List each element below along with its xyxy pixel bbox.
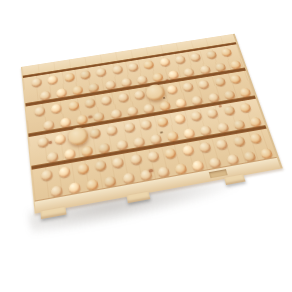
peg xyxy=(150,134,163,145)
peg xyxy=(43,120,55,131)
peg xyxy=(37,137,49,148)
peg xyxy=(34,106,45,116)
peg xyxy=(40,91,51,101)
peg xyxy=(59,166,71,178)
peg xyxy=(190,53,202,62)
peg xyxy=(223,90,236,100)
peg xyxy=(55,134,67,145)
peg xyxy=(182,82,194,92)
peg xyxy=(51,103,62,113)
peg xyxy=(200,125,213,136)
peg xyxy=(239,87,252,97)
peg xyxy=(96,67,107,77)
peg xyxy=(214,63,226,72)
peg xyxy=(191,95,203,105)
peg xyxy=(233,119,246,130)
peg xyxy=(77,163,89,175)
peg xyxy=(120,78,132,88)
peg xyxy=(64,72,75,82)
peg xyxy=(126,106,138,116)
peg xyxy=(41,169,53,181)
peg xyxy=(136,75,148,85)
peg xyxy=(249,117,262,128)
peg xyxy=(101,95,113,105)
peg xyxy=(110,109,122,120)
peg xyxy=(190,111,203,122)
peg xyxy=(130,154,143,166)
peg xyxy=(93,112,105,123)
peg xyxy=(166,85,178,95)
peg xyxy=(143,60,155,69)
peg xyxy=(88,83,99,93)
peg xyxy=(64,148,76,159)
peg xyxy=(175,98,187,108)
peg xyxy=(159,101,171,111)
peg xyxy=(47,151,59,163)
peg xyxy=(166,131,179,142)
peg xyxy=(31,78,42,88)
peg xyxy=(159,57,171,66)
peg xyxy=(239,103,252,113)
peg xyxy=(94,160,107,172)
peg xyxy=(47,75,58,85)
peg xyxy=(214,77,226,87)
peg xyxy=(60,117,72,128)
peg xyxy=(106,125,118,136)
peg xyxy=(112,157,125,169)
peg xyxy=(216,122,229,133)
peg xyxy=(133,137,146,148)
peg xyxy=(181,145,194,156)
peg xyxy=(147,151,160,163)
peg xyxy=(230,60,242,69)
peg xyxy=(207,93,220,103)
peg xyxy=(164,148,177,159)
peg xyxy=(152,72,164,82)
peg xyxy=(229,74,241,84)
peg xyxy=(117,93,129,103)
peg xyxy=(68,101,80,111)
peg xyxy=(206,108,219,119)
peg xyxy=(183,67,195,77)
peg xyxy=(80,70,91,80)
peg xyxy=(116,139,128,150)
peg xyxy=(183,128,196,139)
peg xyxy=(223,105,236,115)
peg xyxy=(81,145,93,156)
peg xyxy=(249,133,262,144)
peg xyxy=(143,103,155,113)
wood-knot xyxy=(165,79,169,82)
peg xyxy=(199,142,212,153)
large-knob xyxy=(67,126,89,146)
peg xyxy=(199,65,211,75)
peg xyxy=(105,80,117,90)
peg xyxy=(72,85,83,95)
peg xyxy=(157,116,169,127)
peg xyxy=(232,136,245,147)
peg xyxy=(56,88,67,98)
peg xyxy=(173,114,186,125)
peg xyxy=(123,122,135,133)
peg xyxy=(174,55,186,64)
peg xyxy=(112,65,123,75)
peg xyxy=(134,90,146,100)
peg xyxy=(168,70,180,80)
peg xyxy=(220,48,232,57)
peg xyxy=(215,139,228,150)
peg xyxy=(198,79,210,89)
peg xyxy=(128,62,139,71)
peg xyxy=(205,50,217,59)
peg xyxy=(84,98,96,108)
peg xyxy=(140,119,152,130)
product-photo xyxy=(0,0,292,292)
peg xyxy=(99,142,111,153)
peg xyxy=(89,128,101,139)
peg xyxy=(77,114,89,125)
